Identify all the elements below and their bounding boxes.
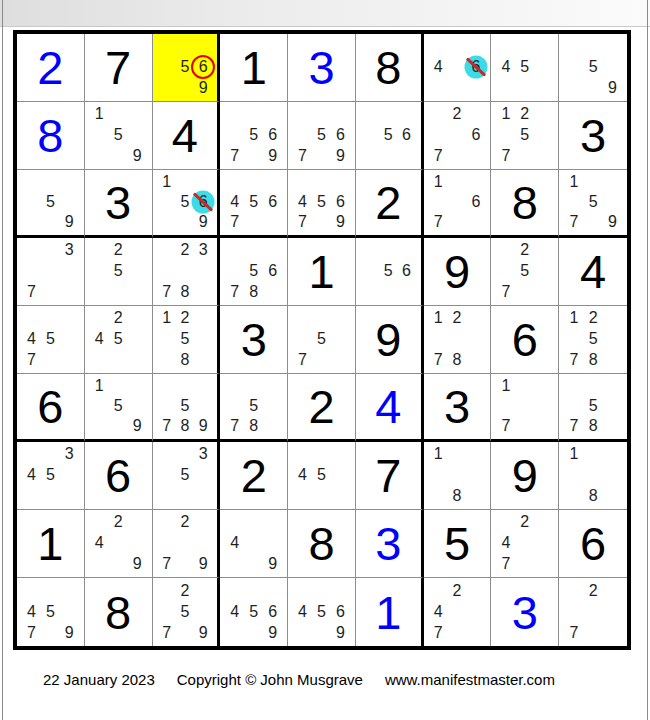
empty-pencil-slot xyxy=(128,308,147,329)
cell-r8c7[interactable]: 5 xyxy=(424,510,492,578)
pencil-digit: 7 xyxy=(501,148,510,164)
empty-pencil-slot xyxy=(467,444,486,465)
cell-r8c4[interactable]: 49 xyxy=(220,510,288,578)
empty-pencil-slot xyxy=(225,396,244,416)
pencil-mark: 9 xyxy=(60,622,79,643)
cell-r4c7[interactable]: 9 xyxy=(424,238,492,306)
cell-r5c1[interactable]: 457 xyxy=(17,306,85,374)
pencil-mark: 7 xyxy=(293,145,312,166)
pencil-digit: 8 xyxy=(180,284,189,300)
pencil-digit: 2 xyxy=(180,583,189,599)
cell-r4c5[interactable]: 1 xyxy=(288,238,356,306)
solved-digit: 8 xyxy=(17,102,84,169)
empty-pencil-slot xyxy=(176,622,194,643)
cell-r3c5[interactable]: 45679 xyxy=(288,170,356,238)
empty-pencil-slot xyxy=(158,601,176,622)
cell-r4c9[interactable]: 4 xyxy=(559,238,627,306)
empty-pencil-slot xyxy=(429,580,448,601)
cell-r7c4[interactable]: 2 xyxy=(220,442,288,510)
cell-r9c7[interactable]: 247 xyxy=(424,578,492,646)
pencil-marks: 35 xyxy=(158,444,213,506)
empty-pencil-slot xyxy=(496,240,515,261)
cell-r2c3[interactable]: 4 xyxy=(153,102,221,170)
pencil-digit: 7 xyxy=(569,625,578,641)
pencil-mark: 9 xyxy=(194,553,212,574)
cell-r4c2[interactable]: 25 xyxy=(85,238,153,306)
empty-pencil-slot xyxy=(534,376,553,396)
cell-r8c6[interactable]: 3 xyxy=(356,510,424,578)
empty-pencil-slot xyxy=(194,172,212,192)
cell-r9c6[interactable]: 1 xyxy=(356,578,424,646)
empty-pencil-slot xyxy=(176,212,194,232)
cell-r3c3[interactable]: 1569 xyxy=(153,170,221,238)
cell-r9c2[interactable]: 8 xyxy=(85,578,153,646)
pencil-mark: 9 xyxy=(128,145,147,166)
empty-pencil-slot xyxy=(60,601,79,622)
empty-pencil-slot xyxy=(22,444,41,465)
cell-r5c3[interactable]: 1258 xyxy=(153,306,221,374)
pencil-digit: 5 xyxy=(317,467,326,483)
solved-digit: 3 xyxy=(356,510,421,577)
pencil-digit: 7 xyxy=(162,418,171,434)
pencil-digit: 5 xyxy=(180,331,189,347)
pencil-digit: 1 xyxy=(501,106,510,122)
pencil-marks: 1278 xyxy=(429,308,486,370)
empty-pencil-slot xyxy=(564,601,583,622)
cell-r8c8[interactable]: 247 xyxy=(491,510,559,578)
empty-pencil-slot xyxy=(194,601,212,622)
cell-r9c4[interactable]: 4569 xyxy=(220,578,288,646)
pencil-marks: 578 xyxy=(225,376,282,436)
pencil-marks: 56 xyxy=(361,104,416,166)
empty-pencil-slot xyxy=(109,281,128,302)
pencil-marks: 4567 xyxy=(225,172,282,232)
empty-pencil-slot xyxy=(603,172,622,192)
pencil-digit: 4 xyxy=(95,535,104,551)
pencil-mark: 2 xyxy=(176,308,194,329)
empty-pencil-slot xyxy=(448,622,467,643)
pencil-digit: 4 xyxy=(95,331,104,347)
empty-pencil-slot xyxy=(194,349,212,370)
pencil-mark: 4 xyxy=(293,192,312,212)
pencil-mark: 5 xyxy=(312,601,331,622)
given-digit: 6 xyxy=(559,510,627,577)
cell-r7c5[interactable]: 45 xyxy=(288,442,356,510)
empty-pencil-slot xyxy=(331,329,350,350)
empty-pencil-slot xyxy=(158,533,176,554)
pencil-digit: 5 xyxy=(384,263,393,279)
cell-r2c2[interactable]: 159 xyxy=(85,102,153,170)
pencil-mark: 7 xyxy=(564,349,583,370)
empty-pencil-slot xyxy=(448,192,467,212)
cell-r5c7[interactable]: 1278 xyxy=(424,306,492,374)
cell-r3c8[interactable]: 8 xyxy=(491,170,559,238)
cell-r2c7[interactable]: 267 xyxy=(424,102,492,170)
pencil-digit: 2 xyxy=(453,583,462,599)
pencil-digit: 7 xyxy=(230,418,239,434)
empty-pencil-slot xyxy=(22,308,41,329)
cell-r8c9[interactable]: 6 xyxy=(559,510,627,578)
empty-pencil-slot xyxy=(312,172,331,192)
cell-r1c6[interactable]: 8 xyxy=(356,34,424,102)
empty-pencil-slot xyxy=(244,212,263,232)
cell-r7c2[interactable]: 6 xyxy=(85,442,153,510)
pencil-digit: 6 xyxy=(336,604,345,620)
pencil-mark: 7 xyxy=(22,281,41,302)
pencil-marks: 18 xyxy=(429,444,486,506)
pencil-digit: 6 xyxy=(268,194,277,210)
empty-pencil-slot xyxy=(361,281,379,302)
pencil-digit: 5 xyxy=(384,127,393,143)
pencil-mark: 2 xyxy=(109,308,128,329)
cell-r6c6[interactable]: 4 xyxy=(356,374,424,442)
empty-pencil-slot xyxy=(41,349,60,370)
empty-pencil-slot xyxy=(60,172,79,192)
empty-pencil-slot xyxy=(22,240,41,261)
pencil-mark: 1 xyxy=(564,172,583,192)
empty-pencil-slot xyxy=(467,601,486,622)
cell-r3c6[interactable]: 2 xyxy=(356,170,424,238)
cell-r5c5[interactable]: 57 xyxy=(288,306,356,374)
cell-r6c4[interactable]: 578 xyxy=(220,374,288,442)
empty-pencil-slot xyxy=(22,172,41,192)
pencil-mark: 8 xyxy=(448,485,467,506)
empty-pencil-slot xyxy=(90,416,109,436)
pencil-mark: 5 xyxy=(583,396,602,416)
solved-digit: 4 xyxy=(356,374,421,439)
empty-pencil-slot xyxy=(41,485,60,506)
pencil-mark: 7 xyxy=(225,212,244,232)
empty-pencil-slot xyxy=(603,57,622,78)
empty-pencil-slot xyxy=(90,261,109,282)
empty-pencil-slot xyxy=(158,444,176,465)
pencil-digit: 9 xyxy=(199,214,208,230)
pencil-marks: 45 xyxy=(293,444,350,506)
cell-r3c4[interactable]: 4567 xyxy=(220,170,288,238)
cell-r8c3[interactable]: 279 xyxy=(153,510,221,578)
pencil-marks: 46 xyxy=(429,36,486,98)
pencil-digit: 5 xyxy=(317,604,326,620)
pencil-mark: 5 xyxy=(41,601,60,622)
empty-pencil-slot xyxy=(448,212,467,232)
pencil-digit: 6 xyxy=(402,127,411,143)
empty-pencil-slot xyxy=(534,240,553,261)
empty-pencil-slot xyxy=(429,465,448,486)
pencil-mark: 7 xyxy=(22,349,41,370)
empty-pencil-slot xyxy=(583,465,602,486)
pencil-mark: 4 xyxy=(22,601,41,622)
empty-pencil-slot xyxy=(194,533,212,554)
cell-r6c7[interactable]: 3 xyxy=(424,374,492,442)
pencil-digit: 4 xyxy=(27,467,36,483)
cell-r9c3[interactable]: 2579 xyxy=(153,578,221,646)
empty-pencil-slot xyxy=(564,396,583,416)
cell-r1c5[interactable]: 3 xyxy=(288,34,356,102)
pencil-mark: 7 xyxy=(225,416,244,436)
title-bar xyxy=(0,0,650,27)
cell-r1c7[interactable]: 46 xyxy=(424,34,492,102)
pencil-mark: 8 xyxy=(583,349,602,370)
pencil-mark: 6 xyxy=(263,601,282,622)
given-digit: 7 xyxy=(85,34,152,101)
cell-r6c5[interactable]: 2 xyxy=(288,374,356,442)
pencil-digit: 7 xyxy=(569,418,578,434)
pencil-mark: 6 xyxy=(331,125,350,146)
pencil-marks: 257 xyxy=(496,240,553,302)
pencil-digit: 7 xyxy=(434,148,443,164)
cell-r7c9[interactable]: 18 xyxy=(559,442,627,510)
pencil-marks: 249 xyxy=(90,512,147,574)
cell-r7c8[interactable]: 9 xyxy=(491,442,559,510)
empty-pencil-slot xyxy=(293,580,312,601)
empty-pencil-slot xyxy=(60,485,79,506)
empty-pencil-slot xyxy=(41,212,60,232)
cell-r2c6[interactable]: 56 xyxy=(356,102,424,170)
cell-r1c4[interactable]: 1 xyxy=(220,34,288,102)
pencil-digit: 7 xyxy=(162,284,171,300)
cell-r5c9[interactable]: 12578 xyxy=(559,306,627,374)
cell-r2c1[interactable]: 8 xyxy=(17,102,85,170)
empty-pencil-slot xyxy=(194,308,212,329)
pencil-digit: 9 xyxy=(336,148,345,164)
pencil-mark: 1 xyxy=(429,308,448,329)
pencil-mark: 5 xyxy=(515,57,534,78)
empty-pencil-slot xyxy=(448,125,467,146)
cell-r6c2[interactable]: 159 xyxy=(85,374,153,442)
empty-pencil-slot xyxy=(293,125,312,146)
empty-pencil-slot xyxy=(158,240,176,261)
pencil-digit: 7 xyxy=(27,352,36,368)
pencil-digit: 5 xyxy=(589,194,598,210)
cell-r4c1[interactable]: 37 xyxy=(17,238,85,306)
pencil-mark: 3 xyxy=(60,240,79,261)
empty-pencil-slot xyxy=(176,261,194,282)
pencil-digit: 6 xyxy=(336,127,345,143)
pencil-mark: 9 xyxy=(194,416,212,436)
cell-r6c8[interactable]: 17 xyxy=(491,374,559,442)
pencil-digit: 5 xyxy=(317,194,326,210)
empty-pencil-slot xyxy=(176,444,194,465)
empty-pencil-slot xyxy=(467,212,486,232)
cell-r4c3[interactable]: 2378 xyxy=(153,238,221,306)
cell-r1c9[interactable]: 59 xyxy=(559,34,627,102)
pencil-mark: 7 xyxy=(429,622,448,643)
cell-r5c6[interactable]: 9 xyxy=(356,306,424,374)
empty-pencil-slot xyxy=(158,512,176,533)
empty-pencil-slot xyxy=(379,145,397,166)
empty-pencil-slot xyxy=(467,465,486,486)
cell-r1c3[interactable]: 569 xyxy=(153,34,221,102)
empty-pencil-slot xyxy=(534,36,553,57)
empty-pencil-slot xyxy=(225,580,244,601)
cell-r7c3[interactable]: 35 xyxy=(153,442,221,510)
cell-r2c5[interactable]: 5679 xyxy=(288,102,356,170)
given-digit: 1 xyxy=(17,510,84,577)
pencil-marks: 5678 xyxy=(225,240,282,302)
given-digit: 8 xyxy=(288,510,355,577)
given-digit: 6 xyxy=(85,442,152,509)
pencil-marks: 49 xyxy=(225,512,282,574)
cell-r5c2[interactable]: 245 xyxy=(85,306,153,374)
empty-pencil-slot xyxy=(603,396,622,416)
cell-r6c1[interactable]: 6 xyxy=(17,374,85,442)
empty-pencil-slot xyxy=(128,349,147,370)
pencil-mark: 1 xyxy=(158,172,176,192)
empty-pencil-slot xyxy=(496,396,515,416)
cell-r4c6[interactable]: 56 xyxy=(356,238,424,306)
empty-pencil-slot xyxy=(603,601,622,622)
cell-r7c1[interactable]: 345 xyxy=(17,442,85,510)
pencil-mark: 9 xyxy=(331,145,350,166)
cell-r9c8[interactable]: 3 xyxy=(491,578,559,646)
cell-r2c9[interactable]: 3 xyxy=(559,102,627,170)
empty-pencil-slot xyxy=(194,281,212,302)
pencil-mark: 9 xyxy=(194,77,212,98)
pencil-mark: 5 xyxy=(515,261,534,282)
empty-pencil-slot xyxy=(293,444,312,465)
pencil-marks: 1258 xyxy=(158,308,213,370)
pencil-mark: 5 xyxy=(109,261,128,282)
pencil-digit: 5 xyxy=(249,604,258,620)
empty-pencil-slot xyxy=(60,329,79,350)
cell-r1c2[interactable]: 7 xyxy=(85,34,153,102)
empty-pencil-slot xyxy=(467,104,486,125)
empty-pencil-slot xyxy=(109,533,128,554)
pencil-digit: 5 xyxy=(180,194,189,210)
empty-pencil-slot xyxy=(467,77,486,98)
pencil-digit: 3 xyxy=(199,242,208,258)
cell-r2c4[interactable]: 5679 xyxy=(220,102,288,170)
empty-pencil-slot xyxy=(467,349,486,370)
empty-pencil-slot xyxy=(293,329,312,350)
pencil-marks: 59 xyxy=(564,36,622,98)
cell-r1c8[interactable]: 45 xyxy=(491,34,559,102)
cell-r8c5[interactable]: 8 xyxy=(288,510,356,578)
empty-pencil-slot xyxy=(60,261,79,282)
cell-r6c9[interactable]: 578 xyxy=(559,374,627,442)
empty-pencil-slot xyxy=(293,485,312,506)
pencil-marks: 569 xyxy=(158,36,213,98)
empty-pencil-slot xyxy=(194,512,212,533)
cell-r2c8[interactable]: 1257 xyxy=(491,102,559,170)
cell-r3c9[interactable]: 1579 xyxy=(559,170,627,238)
pencil-digit: 7 xyxy=(230,284,239,300)
cell-r9c9[interactable]: 27 xyxy=(559,578,627,646)
cell-r4c8[interactable]: 257 xyxy=(491,238,559,306)
pencil-digit: 7 xyxy=(298,214,307,230)
cell-r8c1[interactable]: 1 xyxy=(17,510,85,578)
pencil-digit: 2 xyxy=(180,514,189,530)
pencil-digit: 6 xyxy=(336,194,345,210)
empty-pencil-slot xyxy=(41,308,60,329)
given-digit: 9 xyxy=(491,442,558,509)
empty-pencil-slot xyxy=(312,622,331,643)
pencil-mark: 3 xyxy=(194,444,212,465)
pencil-digit: 6 xyxy=(199,194,208,210)
pencil-digit: 7 xyxy=(501,284,510,300)
pencil-mark: 1 xyxy=(429,172,448,192)
pencil-mark: 2 xyxy=(515,104,534,125)
empty-pencil-slot xyxy=(534,77,553,98)
empty-pencil-slot xyxy=(603,444,622,465)
pencil-mark: 5 xyxy=(244,601,263,622)
empty-pencil-slot xyxy=(534,396,553,416)
pencil-mark: 6 xyxy=(467,192,486,212)
pencil-digit: 7 xyxy=(434,214,443,230)
cell-r3c1[interactable]: 59 xyxy=(17,170,85,238)
empty-pencil-slot xyxy=(515,36,534,57)
pencil-mark: 7 xyxy=(158,622,176,643)
empty-pencil-slot xyxy=(379,104,397,125)
empty-pencil-slot xyxy=(263,240,282,261)
empty-pencil-slot xyxy=(496,36,515,57)
pencil-digit: 2 xyxy=(520,242,529,258)
empty-pencil-slot xyxy=(90,553,109,574)
pencil-mark: 7 xyxy=(429,212,448,232)
empty-pencil-slot xyxy=(128,125,147,146)
pencil-digit: 9 xyxy=(608,214,617,230)
footer-copyright: Copyright © John Musgrave xyxy=(177,671,363,688)
empty-pencil-slot xyxy=(467,308,486,329)
empty-pencil-slot xyxy=(312,349,331,370)
empty-pencil-slot xyxy=(194,396,212,416)
pencil-mark: 2 xyxy=(515,512,534,533)
cell-r9c5[interactable]: 4569 xyxy=(288,578,356,646)
cell-r4c4[interactable]: 5678 xyxy=(220,238,288,306)
empty-pencil-slot xyxy=(467,622,486,643)
empty-pencil-slot xyxy=(158,485,176,506)
cell-r7c6[interactable]: 7 xyxy=(356,442,424,510)
empty-pencil-slot xyxy=(603,580,622,601)
empty-pencil-slot xyxy=(331,444,350,465)
pencil-mark: 7 xyxy=(225,281,244,302)
pencil-marks: 578 xyxy=(564,376,622,436)
empty-pencil-slot xyxy=(109,104,128,125)
empty-pencil-slot xyxy=(467,36,486,57)
empty-pencil-slot xyxy=(158,396,176,416)
cell-r5c8[interactable]: 6 xyxy=(491,306,559,374)
pencil-mark: 8 xyxy=(176,349,194,370)
empty-pencil-slot xyxy=(41,622,60,643)
empty-pencil-slot xyxy=(312,145,331,166)
pencil-mark: 2 xyxy=(583,308,602,329)
cell-r3c2[interactable]: 3 xyxy=(85,170,153,238)
pencil-digit: 2 xyxy=(453,106,462,122)
pencil-mark: 5 xyxy=(109,329,128,350)
cell-r6c3[interactable]: 5789 xyxy=(153,374,221,442)
cell-r9c1[interactable]: 4579 xyxy=(17,578,85,646)
empty-pencil-slot xyxy=(60,465,79,486)
given-digit: 8 xyxy=(356,34,421,101)
pencil-marks: 2579 xyxy=(158,580,213,643)
empty-pencil-slot xyxy=(534,57,553,78)
solved-digit: 3 xyxy=(288,34,355,101)
empty-pencil-slot xyxy=(293,622,312,643)
pencil-mark: 5 xyxy=(312,465,331,486)
cell-r8c2[interactable]: 249 xyxy=(85,510,153,578)
empty-pencil-slot xyxy=(467,580,486,601)
cell-r5c4[interactable]: 3 xyxy=(220,306,288,374)
empty-pencil-slot xyxy=(361,145,379,166)
pencil-digit: 2 xyxy=(520,106,529,122)
pencil-digit: 7 xyxy=(569,214,578,230)
pencil-marks: 267 xyxy=(429,104,486,166)
cell-r1c1[interactable]: 2 xyxy=(17,34,85,102)
cell-r7c7[interactable]: 18 xyxy=(424,442,492,510)
pencil-digit: 2 xyxy=(520,514,529,530)
empty-pencil-slot xyxy=(263,533,282,554)
cell-r3c7[interactable]: 167 xyxy=(424,170,492,238)
